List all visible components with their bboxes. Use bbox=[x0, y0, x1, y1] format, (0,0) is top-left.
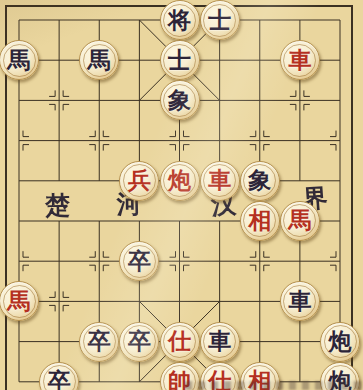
piece-black-soldier[interactable]: 卒 bbox=[119, 322, 159, 362]
piece-glyph: 炮 bbox=[329, 329, 352, 352]
intersection-f8-r3[interactable] bbox=[280, 120, 320, 160]
intersection-f6-r4[interactable]: 車 bbox=[200, 161, 240, 201]
piece-black-horse[interactable]: 馬 bbox=[79, 40, 119, 80]
intersection-f3-r7[interactable] bbox=[79, 281, 119, 321]
intersection-f7-r1[interactable] bbox=[240, 40, 280, 80]
intersection-f1-r1[interactable]: 馬 bbox=[0, 40, 39, 80]
intersection-f2-r0[interactable] bbox=[39, 0, 79, 40]
intersection-f1-r5[interactable] bbox=[0, 201, 39, 241]
intersection-f7-r8[interactable] bbox=[240, 321, 280, 361]
piece-red-cannon[interactable]: 炮 bbox=[160, 161, 200, 201]
piece-glyph: 馬 bbox=[288, 208, 311, 231]
watermark-smudge bbox=[185, 381, 363, 390]
intersection-f4-r2[interactable] bbox=[119, 80, 159, 120]
intersection-f4-r4[interactable]: 兵 bbox=[119, 161, 159, 201]
intersection-f9-r6[interactable] bbox=[320, 241, 360, 281]
piece-glyph: 車 bbox=[288, 289, 311, 312]
piece-black-chariot[interactable]: 車 bbox=[200, 322, 240, 362]
intersection-f1-r9[interactable] bbox=[0, 362, 39, 390]
intersection-f3-r2[interactable] bbox=[79, 80, 119, 120]
piece-red-chariot[interactable]: 車 bbox=[200, 161, 240, 201]
piece-glyph: 車 bbox=[288, 48, 311, 71]
intersection-f7-r0[interactable] bbox=[240, 0, 280, 40]
intersection-f2-r8[interactable] bbox=[39, 321, 79, 361]
piece-black-soldier[interactable]: 卒 bbox=[119, 241, 159, 281]
intersection-f7-r3[interactable] bbox=[240, 120, 280, 160]
intersection-f2-r1[interactable] bbox=[39, 40, 79, 80]
piece-black-general[interactable]: 将 bbox=[160, 0, 200, 40]
intersection-f7-r4[interactable]: 象 bbox=[240, 161, 280, 201]
intersection-f5-r5[interactable] bbox=[159, 201, 199, 241]
intersection-f8-r1[interactable]: 車 bbox=[280, 40, 320, 80]
intersection-f3-r4[interactable] bbox=[79, 161, 119, 201]
piece-glyph: 卒 bbox=[128, 329, 151, 352]
intersection-f9-r3[interactable] bbox=[320, 120, 360, 160]
intersection-f7-r6[interactable] bbox=[240, 241, 280, 281]
piece-glyph: 炮 bbox=[168, 168, 191, 191]
piece-glyph: 象 bbox=[248, 168, 271, 191]
intersection-f5-r4[interactable]: 炮 bbox=[159, 161, 199, 201]
intersection-f1-r7[interactable]: 馬 bbox=[0, 281, 39, 321]
intersection-f8-r5[interactable]: 馬 bbox=[280, 201, 320, 241]
intersection-f1-r6[interactable] bbox=[0, 241, 39, 281]
piece-red-elephant[interactable]: 相 bbox=[240, 201, 280, 241]
intersection-f2-r5[interactable] bbox=[39, 201, 79, 241]
intersection-f9-r2[interactable] bbox=[320, 80, 360, 120]
intersection-f4-r0[interactable] bbox=[119, 0, 159, 40]
piece-glyph: 士 bbox=[168, 48, 191, 71]
piece-black-horse[interactable]: 馬 bbox=[0, 40, 39, 80]
intersection-f8-r8[interactable] bbox=[280, 321, 320, 361]
xiangqi-board: 楚 河 汉 界 将士馬馬士車象兵炮車象相馬卒馬車卒卒仕車炮卒帥仕相炮 bbox=[0, 0, 363, 390]
piece-black-elephant[interactable]: 象 bbox=[240, 161, 280, 201]
piece-black-elephant[interactable]: 象 bbox=[160, 80, 200, 120]
intersection-f7-r7[interactable] bbox=[240, 281, 280, 321]
piece-glyph: 卒 bbox=[88, 329, 111, 352]
intersection-f2-r6[interactable] bbox=[39, 241, 79, 281]
intersection-f5-r0[interactable]: 将 bbox=[159, 0, 199, 40]
piece-red-chariot[interactable]: 車 bbox=[280, 40, 320, 80]
intersection-f6-r0[interactable]: 士 bbox=[200, 0, 240, 40]
piece-glyph: 相 bbox=[248, 208, 271, 231]
intersection-f3-r9[interactable] bbox=[79, 362, 119, 390]
intersection-f2-r9[interactable]: 卒 bbox=[39, 362, 79, 390]
intersection-f6-r8[interactable]: 車 bbox=[200, 321, 240, 361]
intersection-f7-r2[interactable] bbox=[240, 80, 280, 120]
intersection-f4-r1[interactable] bbox=[119, 40, 159, 80]
piece-glyph: 将 bbox=[168, 8, 191, 31]
intersection-f3-r1[interactable]: 馬 bbox=[79, 40, 119, 80]
piece-glyph: 馬 bbox=[8, 289, 31, 312]
intersection-f9-r4[interactable] bbox=[320, 161, 360, 201]
intersection-f9-r7[interactable] bbox=[320, 281, 360, 321]
intersection-f6-r3[interactable] bbox=[200, 120, 240, 160]
intersection-f2-r3[interactable] bbox=[39, 120, 79, 160]
intersection-f4-r8[interactable]: 卒 bbox=[119, 321, 159, 361]
intersection-f9-r1[interactable] bbox=[320, 40, 360, 80]
intersection-f5-r3[interactable] bbox=[159, 120, 199, 160]
intersection-f1-r8[interactable] bbox=[0, 321, 39, 361]
intersection-f6-r7[interactable] bbox=[200, 281, 240, 321]
intersection-f6-r5[interactable] bbox=[200, 201, 240, 241]
intersection-f8-r6[interactable] bbox=[280, 241, 320, 281]
intersection-f3-r6[interactable] bbox=[79, 241, 119, 281]
intersection-f8-r4[interactable] bbox=[280, 161, 320, 201]
piece-glyph: 仕 bbox=[168, 329, 191, 352]
intersection-f1-r4[interactable] bbox=[0, 161, 39, 201]
piece-glyph: 士 bbox=[208, 8, 231, 31]
intersection-f9-r8[interactable]: 炮 bbox=[320, 321, 360, 361]
intersection-f5-r8[interactable]: 仕 bbox=[159, 321, 199, 361]
piece-grid: 将士馬馬士車象兵炮車象相馬卒馬車卒卒仕車炮卒帥仕相炮 bbox=[0, 0, 360, 390]
piece-red-soldier[interactable]: 兵 bbox=[119, 161, 159, 201]
intersection-f3-r8[interactable]: 卒 bbox=[79, 321, 119, 361]
intersection-f3-r3[interactable] bbox=[79, 120, 119, 160]
piece-red-horse[interactable]: 馬 bbox=[0, 281, 39, 321]
intersection-f9-r0[interactable] bbox=[320, 0, 360, 40]
intersection-f2-r2[interactable] bbox=[39, 80, 79, 120]
intersection-f1-r2[interactable] bbox=[0, 80, 39, 120]
intersection-f1-r3[interactable] bbox=[0, 120, 39, 160]
intersection-f4-r3[interactable] bbox=[119, 120, 159, 160]
piece-black-advisor[interactable]: 士 bbox=[200, 0, 240, 40]
piece-glyph: 卒 bbox=[48, 369, 71, 390]
intersection-f4-r6[interactable]: 卒 bbox=[119, 241, 159, 281]
piece-glyph: 車 bbox=[208, 168, 231, 191]
piece-red-advisor[interactable]: 仕 bbox=[160, 322, 200, 362]
piece-black-chariot[interactable]: 車 bbox=[280, 281, 320, 321]
intersection-f5-r6[interactable] bbox=[159, 241, 199, 281]
piece-black-soldier[interactable]: 卒 bbox=[79, 322, 119, 362]
piece-black-advisor[interactable]: 士 bbox=[160, 40, 200, 80]
piece-glyph: 兵 bbox=[128, 168, 151, 191]
piece-red-horse[interactable]: 馬 bbox=[280, 201, 320, 241]
intersection-f2-r7[interactable] bbox=[39, 281, 79, 321]
intersection-f6-r1[interactable] bbox=[200, 40, 240, 80]
piece-black-soldier[interactable]: 卒 bbox=[39, 362, 79, 390]
intersection-f6-r6[interactable] bbox=[200, 241, 240, 281]
piece-glyph: 卒 bbox=[128, 249, 151, 272]
piece-glyph: 馬 bbox=[88, 48, 111, 71]
intersection-f8-r0[interactable] bbox=[280, 0, 320, 40]
intersection-f5-r1[interactable]: 士 bbox=[159, 40, 199, 80]
intersection-f5-r2[interactable]: 象 bbox=[159, 80, 199, 120]
intersection-f5-r7[interactable] bbox=[159, 281, 199, 321]
intersection-f2-r4[interactable] bbox=[39, 161, 79, 201]
piece-glyph: 象 bbox=[168, 88, 191, 111]
intersection-f4-r5[interactable] bbox=[119, 201, 159, 241]
intersection-f4-r7[interactable] bbox=[119, 281, 159, 321]
intersection-f8-r7[interactable]: 車 bbox=[280, 281, 320, 321]
intersection-f1-r0[interactable] bbox=[0, 0, 39, 40]
intersection-f6-r2[interactable] bbox=[200, 80, 240, 120]
intersection-f9-r5[interactable] bbox=[320, 201, 360, 241]
piece-glyph: 車 bbox=[208, 329, 231, 352]
intersection-f7-r5[interactable]: 相 bbox=[240, 201, 280, 241]
piece-black-cannon[interactable]: 炮 bbox=[320, 322, 360, 362]
intersection-f8-r2[interactable] bbox=[280, 80, 320, 120]
intersection-f3-r5[interactable] bbox=[79, 201, 119, 241]
intersection-f3-r0[interactable] bbox=[79, 0, 119, 40]
piece-glyph: 馬 bbox=[8, 48, 31, 71]
intersection-f4-r9[interactable] bbox=[119, 362, 159, 390]
